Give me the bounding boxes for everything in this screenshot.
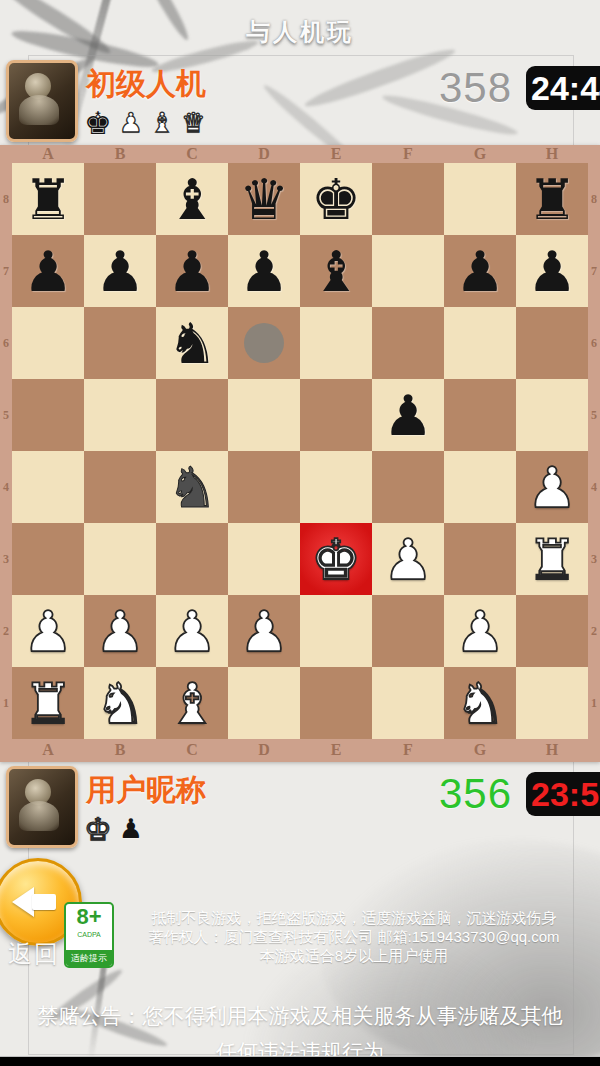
white-knight: ♞ bbox=[84, 667, 156, 739]
white-pawn: ♟ bbox=[516, 451, 588, 523]
square-d5[interactable] bbox=[228, 379, 300, 451]
square-c6[interactable]: ♞ bbox=[156, 307, 228, 379]
square-e4[interactable] bbox=[300, 451, 372, 523]
game-screen: 与人机玩 初级人机 ♚♟♝♛ 358 24:44 ABCDEFGH 876543… bbox=[0, 0, 600, 1066]
opponent-name: 初级人机 bbox=[86, 64, 206, 105]
square-d7[interactable]: ♟ bbox=[228, 235, 300, 307]
square-g8[interactable] bbox=[444, 163, 516, 235]
square-d4[interactable] bbox=[228, 451, 300, 523]
file-label: H bbox=[516, 145, 588, 163]
file-label: H bbox=[516, 739, 588, 762]
page-title: 与人机玩 bbox=[0, 16, 600, 48]
file-label: B bbox=[84, 739, 156, 762]
white-pawn: ♟ bbox=[156, 595, 228, 667]
square-e3[interactable]: ♚ bbox=[300, 523, 372, 595]
rank-label: 2 bbox=[588, 595, 600, 667]
square-a6[interactable] bbox=[12, 307, 84, 379]
black-bishop: ♝ bbox=[156, 163, 228, 235]
square-d2[interactable]: ♟ bbox=[228, 595, 300, 667]
file-labels-bottom: ABCDEFGH bbox=[12, 739, 588, 762]
square-a7[interactable]: ♟ bbox=[12, 235, 84, 307]
white-bishop-icon: ♝ bbox=[150, 106, 174, 140]
square-d8[interactable]: ♛ bbox=[228, 163, 300, 235]
square-f3[interactable]: ♟ bbox=[372, 523, 444, 595]
opponent-clock-time: 24:44 bbox=[526, 66, 600, 110]
file-label: G bbox=[444, 145, 516, 163]
square-f5[interactable]: ♟ bbox=[372, 379, 444, 451]
file-label: B bbox=[84, 145, 156, 163]
disclaimer-line: 本游戏适合8岁以上用户使用 bbox=[112, 946, 596, 965]
rank-label: 1 bbox=[588, 667, 600, 739]
square-g6[interactable] bbox=[444, 307, 516, 379]
white-pawn: ♟ bbox=[372, 523, 444, 595]
black-pawn-icon: ♟ bbox=[119, 812, 143, 846]
file-label: F bbox=[372, 145, 444, 163]
square-d1[interactable] bbox=[228, 667, 300, 739]
square-f7[interactable] bbox=[372, 235, 444, 307]
disclaimer-line: 著作权人：厦门查查科技有限公司 邮箱:1519433730@qq.com bbox=[112, 927, 596, 946]
rank-labels-right: 87654321 bbox=[588, 163, 600, 739]
square-c7[interactable]: ♟ bbox=[156, 235, 228, 307]
white-queen-icon: ♛ bbox=[181, 106, 205, 140]
user-avatar[interactable] bbox=[6, 766, 78, 848]
square-b7[interactable]: ♟ bbox=[84, 235, 156, 307]
rank-label: 4 bbox=[588, 451, 600, 523]
square-e2[interactable] bbox=[300, 595, 372, 667]
opponent-clock: 24:44 bbox=[526, 66, 600, 110]
opponent-captured-pieces: ♚♟♝♛ bbox=[84, 102, 205, 140]
square-g3[interactable] bbox=[444, 523, 516, 595]
white-knight: ♞ bbox=[444, 667, 516, 739]
square-g7[interactable]: ♟ bbox=[444, 235, 516, 307]
bottom-bar bbox=[0, 1056, 600, 1066]
square-g2[interactable]: ♟ bbox=[444, 595, 516, 667]
disclaimer-line: 抵制不良游戏，拒绝盗版游戏，适度游戏益脑，沉迷游戏伤身 bbox=[112, 908, 596, 927]
square-h2[interactable] bbox=[516, 595, 588, 667]
square-f6[interactable] bbox=[372, 307, 444, 379]
back-button-label: 返回 bbox=[8, 938, 60, 970]
file-label: F bbox=[372, 739, 444, 762]
black-pawn: ♟ bbox=[516, 235, 588, 307]
board-squares: ♜♝♛♚♜♟♟♟♟♝♟♟♞♟♞♟♚♟♜♟♟♟♟♟♜♞♝♞ bbox=[12, 163, 588, 739]
square-b4[interactable] bbox=[84, 451, 156, 523]
square-f4[interactable] bbox=[372, 451, 444, 523]
black-king: ♚ bbox=[300, 163, 372, 235]
rank-label: 8 bbox=[0, 163, 12, 235]
rank-label: 3 bbox=[588, 523, 600, 595]
rank-label: 7 bbox=[588, 235, 600, 307]
file-labels-top: ABCDEFGH bbox=[12, 145, 588, 163]
black-bishop: ♝ bbox=[300, 235, 372, 307]
square-a1[interactable]: ♜ bbox=[12, 667, 84, 739]
square-e1[interactable] bbox=[300, 667, 372, 739]
square-b2[interactable]: ♟ bbox=[84, 595, 156, 667]
square-a4[interactable] bbox=[12, 451, 84, 523]
black-rook: ♜ bbox=[516, 163, 588, 235]
file-label: A bbox=[12, 145, 84, 163]
file-label: D bbox=[228, 739, 300, 762]
square-g5[interactable] bbox=[444, 379, 516, 451]
black-king-icon: ♚ bbox=[84, 106, 112, 140]
square-c4[interactable]: ♞ bbox=[156, 451, 228, 523]
user-clock: 23:59 bbox=[526, 772, 600, 816]
square-a3[interactable] bbox=[12, 523, 84, 595]
square-c8[interactable]: ♝ bbox=[156, 163, 228, 235]
square-c3[interactable] bbox=[156, 523, 228, 595]
square-e6[interactable] bbox=[300, 307, 372, 379]
file-label: D bbox=[228, 145, 300, 163]
rank-label: 3 bbox=[0, 523, 12, 595]
opponent-avatar[interactable] bbox=[6, 60, 78, 142]
white-pawn: ♟ bbox=[444, 595, 516, 667]
square-b1[interactable]: ♞ bbox=[84, 667, 156, 739]
square-g1[interactable]: ♞ bbox=[444, 667, 516, 739]
square-b3[interactable] bbox=[84, 523, 156, 595]
age-rating-value: 8+ bbox=[66, 904, 112, 930]
square-h7[interactable]: ♟ bbox=[516, 235, 588, 307]
square-d6[interactable] bbox=[228, 307, 300, 379]
white-rook: ♜ bbox=[12, 667, 84, 739]
rank-label: 5 bbox=[0, 379, 12, 451]
back-arrow-icon bbox=[32, 894, 56, 910]
rank-label: 6 bbox=[588, 307, 600, 379]
white-king: ♚ bbox=[300, 523, 372, 595]
black-knight: ♞ bbox=[156, 307, 228, 379]
black-pawn: ♟ bbox=[84, 235, 156, 307]
opponent-panel: 初级人机 ♚♟♝♛ 358 24:44 bbox=[0, 58, 600, 148]
square-e8[interactable]: ♚ bbox=[300, 163, 372, 235]
square-h1[interactable] bbox=[516, 667, 588, 739]
black-pawn: ♟ bbox=[156, 235, 228, 307]
square-f1[interactable] bbox=[372, 667, 444, 739]
square-h8[interactable]: ♜ bbox=[516, 163, 588, 235]
file-label: E bbox=[300, 145, 372, 163]
user-panel: 用户昵称 ♚♟ 356 23:59 bbox=[0, 764, 600, 854]
rank-label: 8 bbox=[588, 163, 600, 235]
user-score: 356 bbox=[439, 770, 512, 818]
square-f2[interactable] bbox=[372, 595, 444, 667]
move-hint-dot bbox=[244, 323, 284, 363]
square-e7[interactable]: ♝ bbox=[300, 235, 372, 307]
white-pawn: ♟ bbox=[84, 595, 156, 667]
square-b6[interactable] bbox=[84, 307, 156, 379]
rank-label: 5 bbox=[588, 379, 600, 451]
black-pawn: ♟ bbox=[228, 235, 300, 307]
avatar-image bbox=[19, 801, 59, 831]
disclaimer-text: 抵制不良游戏，拒绝盗版游戏，适度游戏益脑，沉迷游戏伤身 著作权人：厦门查查科技有… bbox=[112, 908, 596, 965]
file-label: C bbox=[156, 739, 228, 762]
square-b8[interactable] bbox=[84, 163, 156, 235]
square-c2[interactable]: ♟ bbox=[156, 595, 228, 667]
square-e5[interactable] bbox=[300, 379, 372, 451]
white-pawn: ♟ bbox=[12, 595, 84, 667]
black-pawn: ♟ bbox=[444, 235, 516, 307]
age-rating-badge: 8+ CADPA 适龄提示 bbox=[64, 902, 114, 968]
rank-label: 6 bbox=[0, 307, 12, 379]
notice-line: 禁赌公告：您不得利用本游戏及相关服务从事涉赌及其他 bbox=[0, 998, 600, 1034]
square-f8[interactable] bbox=[372, 163, 444, 235]
rank-labels-left: 87654321 bbox=[0, 163, 12, 739]
black-pawn: ♟ bbox=[12, 235, 84, 307]
user-clock-time: 23:59 bbox=[526, 772, 600, 816]
age-rating-org: CADPA bbox=[66, 930, 112, 939]
rank-label: 4 bbox=[0, 451, 12, 523]
square-h5[interactable] bbox=[516, 379, 588, 451]
white-bishop: ♝ bbox=[156, 667, 228, 739]
square-a8[interactable]: ♜ bbox=[12, 163, 84, 235]
square-c5[interactable] bbox=[156, 379, 228, 451]
square-g4[interactable] bbox=[444, 451, 516, 523]
rank-label: 1 bbox=[0, 667, 12, 739]
white-pawn-icon: ♟ bbox=[119, 106, 143, 140]
square-a2[interactable]: ♟ bbox=[12, 595, 84, 667]
square-h4[interactable]: ♟ bbox=[516, 451, 588, 523]
file-label: A bbox=[12, 739, 84, 762]
black-queen: ♛ bbox=[228, 163, 300, 235]
age-rating-label: 适龄提示 bbox=[66, 950, 112, 966]
user-name: 用户昵称 bbox=[86, 770, 206, 811]
black-rook: ♜ bbox=[12, 163, 84, 235]
square-h3[interactable]: ♜ bbox=[516, 523, 588, 595]
back-arrow-icon bbox=[12, 887, 34, 917]
rank-label: 2 bbox=[0, 595, 12, 667]
square-d3[interactable] bbox=[228, 523, 300, 595]
white-pawn: ♟ bbox=[228, 595, 300, 667]
avatar-image bbox=[19, 95, 59, 125]
square-c1[interactable]: ♝ bbox=[156, 667, 228, 739]
rank-label: 7 bbox=[0, 235, 12, 307]
square-a5[interactable] bbox=[12, 379, 84, 451]
user-captured-pieces: ♚♟ bbox=[84, 808, 143, 846]
square-b5[interactable] bbox=[84, 379, 156, 451]
white-king-icon: ♚ bbox=[84, 812, 112, 846]
square-h6[interactable] bbox=[516, 307, 588, 379]
black-pawn: ♟ bbox=[372, 379, 444, 451]
opponent-score: 358 bbox=[439, 64, 512, 112]
file-label: G bbox=[444, 739, 516, 762]
chess-board: ABCDEFGH 87654321 87654321 ♜♝♛♚♜♟♟♟♟♝♟♟♞… bbox=[0, 145, 600, 762]
white-rook: ♜ bbox=[516, 523, 588, 595]
black-knight: ♞ bbox=[156, 451, 228, 523]
file-label: E bbox=[300, 739, 372, 762]
file-label: C bbox=[156, 145, 228, 163]
